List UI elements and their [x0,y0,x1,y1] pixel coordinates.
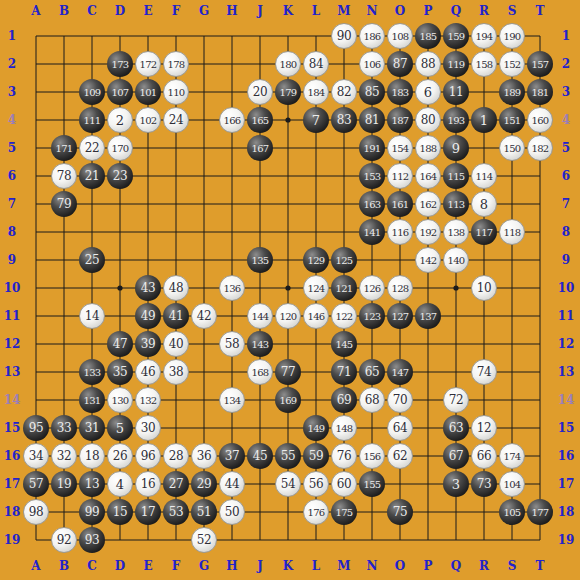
stone-L15[interactable]: 149 [303,415,329,441]
stone-P1[interactable]: 185 [415,23,441,49]
stone-S8[interactable]: 118 [499,219,525,245]
stone-F2[interactable]: 178 [163,51,189,77]
stone-G19[interactable]: 52 [191,527,217,553]
stone-R17[interactable]: 73 [471,471,497,497]
stone-N13[interactable]: 65 [359,359,385,385]
stone-C3[interactable]: 109 [79,79,105,105]
stone-A18[interactable]: 98 [23,499,49,525]
stone-H12[interactable]: 58 [219,331,245,357]
stone-Q1[interactable]: 159 [443,23,469,49]
row-label-right-10: 10 [558,282,575,294]
stone-E15[interactable]: 30 [135,415,161,441]
stone-O1[interactable]: 108 [387,23,413,49]
stone-S2[interactable]: 152 [499,51,525,77]
stone-H14[interactable]: 134 [219,387,245,413]
stone-D12[interactable]: 47 [107,331,133,357]
stone-C19[interactable]: 93 [79,527,105,553]
col-label-top-F: F [172,5,181,17]
stone-M10[interactable]: 121 [331,275,357,301]
stone-O6[interactable]: 112 [387,163,413,189]
stone-N3[interactable]: 85 [359,79,385,105]
stone-T5[interactable]: 182 [527,135,553,161]
stone-D16[interactable]: 26 [107,443,133,469]
stone-N5[interactable]: 191 [359,135,385,161]
stone-N4[interactable]: 81 [359,107,385,133]
stone-D14[interactable]: 130 [107,387,133,413]
col-label-top-L: L [312,5,320,17]
stone-K2[interactable]: 180 [275,51,301,77]
stone-E13[interactable]: 46 [135,359,161,385]
stone-E12[interactable]: 39 [135,331,161,357]
col-label-bottom-F: F [172,560,181,572]
stone-K11[interactable]: 120 [275,303,301,329]
stone-G16[interactable]: 36 [191,443,217,469]
stone-Q5[interactable]: 9 [443,135,469,161]
stone-Q7[interactable]: 113 [443,191,469,217]
stone-Q17[interactable]: 3 [443,471,469,497]
stone-Q4[interactable]: 193 [443,107,469,133]
row-label-right-12: 12 [558,338,575,350]
col-label-bottom-D: D [115,560,125,572]
stone-E10[interactable]: 43 [135,275,161,301]
col-label-bottom-N: N [367,560,378,572]
stone-L18[interactable]: 176 [303,499,329,525]
stone-E11[interactable]: 49 [135,303,161,329]
col-label-bottom-J: J [257,560,263,572]
stone-G17[interactable]: 29 [191,471,217,497]
row-label-left-7: 7 [8,198,16,210]
row-label-right-17: 17 [558,478,575,490]
stone-F13[interactable]: 38 [163,359,189,385]
col-label-top-N: N [367,5,378,17]
row-label-left-11: 11 [4,310,21,322]
col-label-bottom-P: P [423,560,432,572]
stone-Q8[interactable]: 138 [443,219,469,245]
row-label-left-2: 2 [8,58,16,70]
stone-C11[interactable]: 14 [79,303,105,329]
stone-E14[interactable]: 132 [135,387,161,413]
stone-N7[interactable]: 163 [359,191,385,217]
stone-B15[interactable]: 33 [51,415,77,441]
stone-F18[interactable]: 53 [163,499,189,525]
stone-K3[interactable]: 179 [275,79,301,105]
stone-O14[interactable]: 70 [387,387,413,413]
stone-H16[interactable]: 37 [219,443,245,469]
col-label-bottom-R: R [479,560,489,572]
col-label-bottom-C: C [87,560,97,572]
row-label-right-7: 7 [562,198,570,210]
row-label-right-4: 4 [562,114,570,126]
stone-M3[interactable]: 82 [331,79,357,105]
stone-J9[interactable]: 135 [247,247,273,273]
stone-L16[interactable]: 59 [303,443,329,469]
stone-Q16[interactable]: 67 [443,443,469,469]
stone-B19[interactable]: 92 [51,527,77,553]
stone-T18[interactable]: 177 [527,499,553,525]
stone-B5[interactable]: 171 [51,135,77,161]
stone-O5[interactable]: 154 [387,135,413,161]
stone-Q14[interactable]: 72 [443,387,469,413]
stone-J5[interactable]: 167 [247,135,273,161]
stone-T2[interactable]: 157 [527,51,553,77]
stone-O8[interactable]: 116 [387,219,413,245]
stone-S16[interactable]: 174 [499,443,525,469]
stone-P2[interactable]: 88 [415,51,441,77]
stone-B6[interactable]: 78 [51,163,77,189]
stone-P4[interactable]: 80 [415,107,441,133]
col-label-top-H: H [226,5,237,17]
stone-E2[interactable]: 172 [135,51,161,77]
stone-K14[interactable]: 169 [275,387,301,413]
row-label-right-14: 14 [558,394,575,406]
stone-S5[interactable]: 150 [499,135,525,161]
stone-O2[interactable]: 87 [387,51,413,77]
row-label-left-9: 9 [8,254,16,266]
stone-C13[interactable]: 133 [79,359,105,385]
stone-Q3[interactable]: 11 [443,79,469,105]
stone-P5[interactable]: 188 [415,135,441,161]
stone-F3[interactable]: 110 [163,79,189,105]
stone-R16[interactable]: 66 [471,443,497,469]
row-label-right-11: 11 [558,310,575,322]
row-label-left-4: 4 [8,114,16,126]
col-label-bottom-K: K [283,560,293,572]
col-label-bottom-E: E [143,560,152,572]
col-label-top-R: R [479,5,489,17]
stone-M9[interactable]: 125 [331,247,357,273]
stone-Q6[interactable]: 115 [443,163,469,189]
stone-F17[interactable]: 27 [163,471,189,497]
stone-N1[interactable]: 186 [359,23,385,49]
stone-R1[interactable]: 194 [471,23,497,49]
stone-K13[interactable]: 77 [275,359,301,385]
row-label-left-18: 18 [4,506,21,518]
row-label-right-8: 8 [562,226,570,238]
row-label-right-6: 6 [562,170,570,182]
stone-F16[interactable]: 28 [163,443,189,469]
stone-S4[interactable]: 151 [499,107,525,133]
col-label-top-B: B [59,5,69,17]
stone-D4[interactable]: 2 [107,107,133,133]
stone-O18[interactable]: 75 [387,499,413,525]
stone-O11[interactable]: 127 [387,303,413,329]
col-label-top-J: J [257,5,263,17]
row-label-left-1: 1 [8,30,16,42]
stone-N11[interactable]: 123 [359,303,385,329]
col-label-top-K: K [283,5,293,17]
stone-E17[interactable]: 16 [135,471,161,497]
stone-M17[interactable]: 60 [331,471,357,497]
stone-N8[interactable]: 141 [359,219,385,245]
stone-B16[interactable]: 32 [51,443,77,469]
stone-R6[interactable]: 114 [471,163,497,189]
stone-C17[interactable]: 13 [79,471,105,497]
stone-O16[interactable]: 62 [387,443,413,469]
row-label-right-1: 1 [562,30,570,42]
row-label-left-8: 8 [8,226,16,238]
stone-Q15[interactable]: 63 [443,415,469,441]
stone-D17[interactable]: 4 [107,471,133,497]
stone-M1[interactable]: 90 [331,23,357,49]
stone-G11[interactable]: 42 [191,303,217,329]
row-label-left-13: 13 [4,366,21,378]
stone-D13[interactable]: 35 [107,359,133,385]
stone-P6[interactable]: 164 [415,163,441,189]
stone-T4[interactable]: 160 [527,107,553,133]
stone-P7[interactable]: 162 [415,191,441,217]
stone-M13[interactable]: 71 [331,359,357,385]
stone-J11[interactable]: 144 [247,303,273,329]
stone-J16[interactable]: 45 [247,443,273,469]
stone-P8[interactable]: 192 [415,219,441,245]
stone-L3[interactable]: 184 [303,79,329,105]
stone-S18[interactable]: 105 [499,499,525,525]
row-label-left-6: 6 [8,170,16,182]
row-label-left-17: 17 [4,478,21,490]
stone-D3[interactable]: 107 [107,79,133,105]
stone-M11[interactable]: 122 [331,303,357,329]
row-label-left-3: 3 [8,86,16,98]
stone-D5[interactable]: 170 [107,135,133,161]
stone-S3[interactable]: 189 [499,79,525,105]
stone-C18[interactable]: 99 [79,499,105,525]
stone-K17[interactable]: 54 [275,471,301,497]
col-label-top-Q: Q [451,5,461,17]
row-label-left-5: 5 [8,142,16,154]
stone-L4[interactable]: 7 [303,107,329,133]
stone-R10[interactable]: 10 [471,275,497,301]
stone-N17[interactable]: 155 [359,471,385,497]
stone-L11[interactable]: 146 [303,303,329,329]
row-label-left-10: 10 [4,282,21,294]
stone-O10[interactable]: 128 [387,275,413,301]
col-label-bottom-G: G [199,560,209,572]
row-label-left-12: 12 [4,338,21,350]
row-label-left-15: 15 [4,422,21,434]
stone-E16[interactable]: 96 [135,443,161,469]
col-label-top-S: S [508,5,517,17]
stone-D18[interactable]: 15 [107,499,133,525]
stone-D6[interactable]: 23 [107,163,133,189]
stone-R4[interactable]: 1 [471,107,497,133]
stone-L17[interactable]: 56 [303,471,329,497]
stone-A17[interactable]: 57 [23,471,49,497]
stone-C16[interactable]: 18 [79,443,105,469]
col-label-top-C: C [87,5,97,17]
stone-C14[interactable]: 131 [79,387,105,413]
row-label-left-19: 19 [4,534,21,546]
stone-H10[interactable]: 136 [219,275,245,301]
row-label-right-5: 5 [562,142,570,154]
col-label-top-G: G [199,5,209,17]
row-label-left-14: 14 [4,394,21,406]
stone-J4[interactable]: 165 [247,107,273,133]
stone-M12[interactable]: 145 [331,331,357,357]
stone-B17[interactable]: 19 [51,471,77,497]
stone-C15[interactable]: 31 [79,415,105,441]
stone-J12[interactable]: 143 [247,331,273,357]
stone-C9[interactable]: 25 [79,247,105,273]
col-label-bottom-T: T [536,560,545,572]
col-label-bottom-H: H [226,560,237,572]
stone-E4[interactable]: 102 [135,107,161,133]
stone-H18[interactable]: 50 [219,499,245,525]
row-label-right-16: 16 [558,450,575,462]
stone-E3[interactable]: 101 [135,79,161,105]
stone-F12[interactable]: 40 [163,331,189,357]
col-label-top-D: D [115,5,125,17]
stone-P3[interactable]: 6 [415,79,441,105]
stone-F11[interactable]: 41 [163,303,189,329]
row-label-right-15: 15 [558,422,575,434]
col-label-bottom-L: L [312,560,320,572]
go-board[interactable]: AABBCCDDEEFFGGHHJJKKLLMMNNOOPPQQRRSSTT11… [0,0,580,580]
stone-F10[interactable]: 48 [163,275,189,301]
col-label-bottom-S: S [508,560,517,572]
stone-D15[interactable]: 5 [107,415,133,441]
stone-R8[interactable]: 117 [471,219,497,245]
stone-M16[interactable]: 76 [331,443,357,469]
stone-T3[interactable]: 181 [527,79,553,105]
col-label-top-M: M [337,5,350,17]
stone-G18[interactable]: 51 [191,499,217,525]
stone-S1[interactable]: 190 [499,23,525,49]
row-label-right-3: 3 [562,86,570,98]
col-label-bottom-Q: Q [451,560,461,572]
stone-N14[interactable]: 68 [359,387,385,413]
stone-R2[interactable]: 158 [471,51,497,77]
stone-O3[interactable]: 183 [387,79,413,105]
col-label-bottom-O: O [395,560,405,572]
row-label-right-13: 13 [558,366,575,378]
stone-N16[interactable]: 156 [359,443,385,469]
stone-O4[interactable]: 187 [387,107,413,133]
row-label-left-16: 16 [4,450,21,462]
stone-P9[interactable]: 142 [415,247,441,273]
stone-L9[interactable]: 129 [303,247,329,273]
stone-J13[interactable]: 168 [247,359,273,385]
stone-R13[interactable]: 74 [471,359,497,385]
stone-L2[interactable]: 84 [303,51,329,77]
stone-P11[interactable]: 137 [415,303,441,329]
stone-O15[interactable]: 64 [387,415,413,441]
stone-C6[interactable]: 21 [79,163,105,189]
col-label-bottom-B: B [59,560,69,572]
stone-A16[interactable]: 34 [23,443,49,469]
col-label-top-A: A [31,5,40,17]
col-label-top-O: O [395,5,405,17]
stone-A15[interactable]: 95 [23,415,49,441]
stone-R7[interactable]: 8 [471,191,497,217]
stone-B7[interactable]: 79 [51,191,77,217]
col-label-bottom-M: M [337,560,350,572]
stone-Q9[interactable]: 140 [443,247,469,273]
stone-O13[interactable]: 147 [387,359,413,385]
col-label-top-T: T [536,5,545,17]
stone-N2[interactable]: 106 [359,51,385,77]
col-label-top-P: P [423,5,432,17]
stone-L10[interactable]: 124 [303,275,329,301]
stone-H4[interactable]: 166 [219,107,245,133]
stone-S17[interactable]: 104 [499,471,525,497]
stone-J3[interactable]: 20 [247,79,273,105]
stone-M15[interactable]: 148 [331,415,357,441]
stone-F4[interactable]: 24 [163,107,189,133]
stone-N6[interactable]: 153 [359,163,385,189]
row-label-right-2: 2 [562,58,570,70]
stone-E18[interactable]: 17 [135,499,161,525]
col-label-bottom-A: A [31,560,40,572]
stone-N10[interactable]: 126 [359,275,385,301]
stone-C5[interactable]: 22 [79,135,105,161]
row-label-right-19: 19 [558,534,575,546]
stone-M14[interactable]: 69 [331,387,357,413]
stone-M4[interactable]: 83 [331,107,357,133]
stone-C4[interactable]: 111 [79,107,105,133]
row-label-right-9: 9 [562,254,570,266]
stone-K16[interactable]: 55 [275,443,301,469]
stone-H17[interactable]: 44 [219,471,245,497]
stone-R15[interactable]: 12 [471,415,497,441]
row-label-right-18: 18 [558,506,575,518]
col-label-top-E: E [143,5,152,17]
stone-D2[interactable]: 173 [107,51,133,77]
stone-Q2[interactable]: 119 [443,51,469,77]
stone-M18[interactable]: 175 [331,499,357,525]
stone-O7[interactable]: 161 [387,191,413,217]
